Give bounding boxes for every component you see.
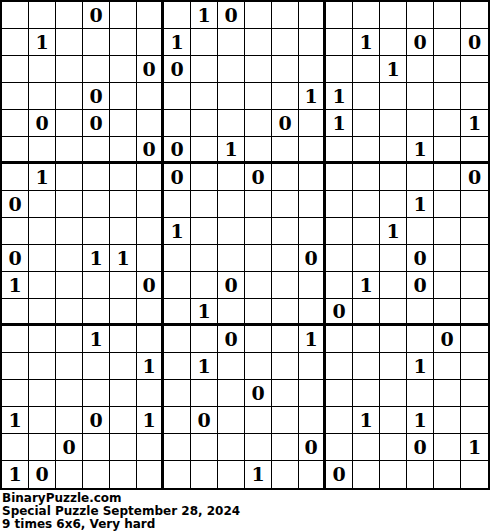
cell-r17-c5[interactable] [137,461,164,488]
cell-r13-c11[interactable] [299,353,326,380]
cell-r1-c7[interactable] [191,29,218,56]
cell-r7-c7[interactable] [191,191,218,218]
cell-r0-c5[interactable] [137,2,164,29]
cell-r5-c11[interactable] [299,137,326,164]
cell-r2-c12[interactable] [326,56,353,83]
cell-r4-c14[interactable] [380,110,407,137]
cell-r14-c13[interactable] [353,380,380,407]
cell-r0-c12[interactable] [326,2,353,29]
cell-r0-c1[interactable] [29,2,56,29]
cell-r8-c5[interactable] [137,218,164,245]
cell-r13-c3[interactable] [83,353,110,380]
cell-r9-c13[interactable] [353,245,380,272]
cell-r6-c13[interactable] [353,164,380,191]
cell-r14-c9-given: 0 [245,380,272,407]
cell-r6-c0[interactable] [2,164,29,191]
cell-r16-c4[interactable] [110,434,137,461]
cell-r17-c13[interactable] [353,461,380,488]
cell-r12-c7[interactable] [191,326,218,353]
cell-r0-c3-given: 0 [83,2,110,29]
cell-r12-c9[interactable] [245,326,272,353]
cell-r6-c2[interactable] [56,164,83,191]
cell-r16-c15-given: 0 [407,434,434,461]
cell-r14-c15[interactable] [407,380,434,407]
cell-r16-c3[interactable] [83,434,110,461]
cell-r11-c14[interactable] [380,299,407,326]
cell-r9-c17[interactable] [461,245,488,272]
cell-r2-c1[interactable] [29,56,56,83]
cell-r8-c8[interactable] [218,218,245,245]
cell-r12-c4[interactable] [110,326,137,353]
cell-r5-c0[interactable] [2,137,29,164]
cell-r10-c10[interactable] [272,272,299,299]
cell-r0-c4[interactable] [110,2,137,29]
cell-r10-c17[interactable] [461,272,488,299]
cell-r7-c16[interactable] [434,191,461,218]
cell-r17-c14[interactable] [380,461,407,488]
cell-r12-c3-given: 1 [83,326,110,353]
cell-r17-c6[interactable] [164,461,191,488]
cell-r3-c6[interactable] [164,83,191,110]
cell-r16-c2-given: 0 [56,434,83,461]
cell-r13-c13[interactable] [353,353,380,380]
cell-r4-c13[interactable] [353,110,380,137]
cell-r8-c4[interactable] [110,218,137,245]
cell-r3-c9[interactable] [245,83,272,110]
cell-r11-c2[interactable] [56,299,83,326]
cell-r15-c12[interactable] [326,407,353,434]
cell-r1-c16[interactable] [434,29,461,56]
cell-r0-c7-given: 1 [191,2,218,29]
cell-r17-c17[interactable] [461,461,488,488]
cell-r7-c17[interactable] [461,191,488,218]
cell-r9-c10[interactable] [272,245,299,272]
cell-r2-c11[interactable] [299,56,326,83]
cell-r10-c6[interactable] [164,272,191,299]
cell-r6-c3[interactable] [83,164,110,191]
cell-r15-c13-given: 1 [353,407,380,434]
cell-r17-c16[interactable] [434,461,461,488]
cell-r0-c10[interactable] [272,2,299,29]
cell-r14-c6[interactable] [164,380,191,407]
cell-r12-c14[interactable] [380,326,407,353]
cell-r7-c5[interactable] [137,191,164,218]
cell-r0-c9[interactable] [245,2,272,29]
cell-r5-c3[interactable] [83,137,110,164]
cell-r0-c0[interactable] [2,2,29,29]
cell-r4-c9[interactable] [245,110,272,137]
cell-r10-c1[interactable] [29,272,56,299]
cell-r16-c1[interactable] [29,434,56,461]
cell-r16-c6[interactable] [164,434,191,461]
cell-r0-c14[interactable] [380,2,407,29]
cell-r8-c13[interactable] [353,218,380,245]
cell-r3-c5[interactable] [137,83,164,110]
cell-r10-c11[interactable] [299,272,326,299]
cell-r12-c15[interactable] [407,326,434,353]
cell-r9-c16[interactable] [434,245,461,272]
cell-r13-c9[interactable] [245,353,272,380]
cell-r5-c17[interactable] [461,137,488,164]
cell-r5-c7[interactable] [191,137,218,164]
cell-r17-c9-given: 1 [245,461,272,488]
cell-r16-c10[interactable] [272,434,299,461]
cell-r12-c2[interactable] [56,326,83,353]
cell-r9-c2[interactable] [56,245,83,272]
cell-r14-c1[interactable] [29,380,56,407]
cell-r10-c13-given: 1 [353,272,380,299]
cell-r14-c10[interactable] [272,380,299,407]
cell-r8-c15[interactable] [407,218,434,245]
cell-r4-c16[interactable] [434,110,461,137]
cell-r4-c3-given: 0 [83,110,110,137]
cell-r16-c9[interactable] [245,434,272,461]
cell-r3-c14[interactable] [380,83,407,110]
cell-r2-c10[interactable] [272,56,299,83]
cell-r17-c2[interactable] [56,461,83,488]
cell-r15-c4[interactable] [110,407,137,434]
cell-r9-c6[interactable] [164,245,191,272]
cell-r2-c16[interactable] [434,56,461,83]
cell-r2-c3[interactable] [83,56,110,83]
cell-r16-c14[interactable] [380,434,407,461]
cell-r10-c5-given: 0 [137,272,164,299]
cell-r3-c4[interactable] [110,83,137,110]
cell-r1-c1-given: 1 [29,29,56,56]
cell-r1-c9[interactable] [245,29,272,56]
cell-r14-c11[interactable] [299,380,326,407]
cell-r9-c4-given: 1 [110,245,137,272]
cell-r5-c15-given: 1 [407,137,434,164]
cell-r16-c16[interactable] [434,434,461,461]
cell-r6-c4[interactable] [110,164,137,191]
cell-r5-c4[interactable] [110,137,137,164]
cell-r12-c12[interactable] [326,326,353,353]
cell-r6-c6-given: 0 [164,164,191,191]
cell-r7-c10[interactable] [272,191,299,218]
cell-r5-c1[interactable] [29,137,56,164]
cell-r10-c12[interactable] [326,272,353,299]
cell-r4-c17-given: 1 [461,110,488,137]
cell-r0-c16[interactable] [434,2,461,29]
cell-r5-c6-given: 0 [164,137,191,164]
cell-r14-c17[interactable] [461,380,488,407]
cell-r17-c11[interactable] [299,461,326,488]
cell-r5-c13[interactable] [353,137,380,164]
cell-r14-c0[interactable] [2,380,29,407]
cell-r7-c12[interactable] [326,191,353,218]
cell-r6-c5[interactable] [137,164,164,191]
cell-r5-c9[interactable] [245,137,272,164]
cell-r9-c5[interactable] [137,245,164,272]
cell-r0-c8-given: 0 [218,2,245,29]
cell-r14-c8[interactable] [218,380,245,407]
cell-r6-c11[interactable] [299,164,326,191]
cell-r11-c11[interactable] [299,299,326,326]
cell-r1-c12[interactable] [326,29,353,56]
cell-r13-c14[interactable] [380,353,407,380]
cell-r7-c8[interactable] [218,191,245,218]
cell-r9-c14[interactable] [380,245,407,272]
cell-r9-c1[interactable] [29,245,56,272]
cell-r11-c6[interactable] [164,299,191,326]
cell-r8-c3[interactable] [83,218,110,245]
cell-r12-c1[interactable] [29,326,56,353]
cell-r13-c6[interactable] [164,353,191,380]
cell-r1-c2[interactable] [56,29,83,56]
cell-r8-c7[interactable] [191,218,218,245]
cell-r2-c15[interactable] [407,56,434,83]
cell-r1-c3[interactable] [83,29,110,56]
cell-r2-c17[interactable] [461,56,488,83]
cell-r9-c9[interactable] [245,245,272,272]
cell-r13-c0[interactable] [2,353,29,380]
cell-r0-c11[interactable] [299,2,326,29]
cell-r10-c3[interactable] [83,272,110,299]
cell-r10-c7[interactable] [191,272,218,299]
cell-r10-c16[interactable] [434,272,461,299]
cell-r15-c16[interactable] [434,407,461,434]
cell-r3-c0[interactable] [2,83,29,110]
cell-r12-c11-given: 1 [299,326,326,353]
cell-r15-c9[interactable] [245,407,272,434]
cell-r11-c0[interactable] [2,299,29,326]
cell-r2-c0[interactable] [2,56,29,83]
cell-r10-c8-given: 0 [218,272,245,299]
cell-r6-c7[interactable] [191,164,218,191]
cell-r15-c11[interactable] [299,407,326,434]
cell-r15-c0-given: 1 [2,407,29,434]
cell-r3-c3-given: 0 [83,83,110,110]
cell-r3-c7[interactable] [191,83,218,110]
cell-r14-c16[interactable] [434,380,461,407]
cell-r3-c17[interactable] [461,83,488,110]
cell-r13-c10[interactable] [272,353,299,380]
cell-r7-c11[interactable] [299,191,326,218]
cell-r8-c2[interactable] [56,218,83,245]
cell-r11-c10[interactable] [272,299,299,326]
cell-r1-c5[interactable] [137,29,164,56]
cell-r4-c10-given: 0 [272,110,299,137]
cell-r1-c15-given: 0 [407,29,434,56]
cell-r3-c8[interactable] [218,83,245,110]
cell-r3-c16[interactable] [434,83,461,110]
cell-r15-c14[interactable] [380,407,407,434]
cell-r12-c10[interactable] [272,326,299,353]
cell-r1-c13-given: 1 [353,29,380,56]
cell-r14-c3[interactable] [83,380,110,407]
cell-r12-c8-given: 0 [218,326,245,353]
cell-r1-c0[interactable] [2,29,29,56]
cell-r9-c8[interactable] [218,245,245,272]
cell-r16-c8[interactable] [218,434,245,461]
cell-r6-c16[interactable] [434,164,461,191]
cell-r12-c13[interactable] [353,326,380,353]
cell-r3-c15[interactable] [407,83,434,110]
cell-r5-c8-given: 1 [218,137,245,164]
cell-r8-c9[interactable] [245,218,272,245]
cell-r6-c8[interactable] [218,164,245,191]
cell-r14-c5[interactable] [137,380,164,407]
cell-r12-c0[interactable] [2,326,29,353]
cell-r3-c2[interactable] [56,83,83,110]
cell-r2-c7[interactable] [191,56,218,83]
cell-r15-c8[interactable] [218,407,245,434]
cell-r3-c10[interactable] [272,83,299,110]
cell-r7-c1[interactable] [29,191,56,218]
cell-r12-c16-given: 0 [434,326,461,353]
cell-r1-c11[interactable] [299,29,326,56]
cell-r16-c5[interactable] [137,434,164,461]
cell-r0-c15[interactable] [407,2,434,29]
cell-r2-c9[interactable] [245,56,272,83]
cell-r4-c5[interactable] [137,110,164,137]
cell-r11-c17[interactable] [461,299,488,326]
cell-r4-c1-given: 0 [29,110,56,137]
cell-r8-c0[interactable] [2,218,29,245]
cell-r13-c12[interactable] [326,353,353,380]
cell-r1-c10[interactable] [272,29,299,56]
cell-r5-c14[interactable] [380,137,407,164]
cell-r11-c1[interactable] [29,299,56,326]
cell-r7-c6[interactable] [164,191,191,218]
cell-r4-c6[interactable] [164,110,191,137]
cell-r2-c8[interactable] [218,56,245,83]
cell-r0-c17[interactable] [461,2,488,29]
cell-r4-c11[interactable] [299,110,326,137]
cell-r7-c2[interactable] [56,191,83,218]
cell-r15-c17[interactable] [461,407,488,434]
cell-r17-c3[interactable] [83,461,110,488]
cell-r13-c1[interactable] [29,353,56,380]
cell-r8-c11[interactable] [299,218,326,245]
cell-r6-c12[interactable] [326,164,353,191]
cell-r11-c9[interactable] [245,299,272,326]
cell-r2-c14-given: 1 [380,56,407,83]
puzzle-page: 0101110000101100011001110000111011001001… [0,0,493,531]
cell-r6-c10[interactable] [272,164,299,191]
cell-r11-c5[interactable] [137,299,164,326]
cell-r2-c4[interactable] [110,56,137,83]
cell-r8-c6-given: 1 [164,218,191,245]
cell-r11-c3[interactable] [83,299,110,326]
cell-r13-c16[interactable] [434,353,461,380]
cell-r9-c7[interactable] [191,245,218,272]
cell-r16-c17-given: 1 [461,434,488,461]
cell-r7-c14[interactable] [380,191,407,218]
cell-r4-c2[interactable] [56,110,83,137]
cell-r10-c14[interactable] [380,272,407,299]
cell-r3-c1[interactable] [29,83,56,110]
cell-r5-c2[interactable] [56,137,83,164]
cell-r1-c4[interactable] [110,29,137,56]
cell-r12-c6[interactable] [164,326,191,353]
cell-r2-c2[interactable] [56,56,83,83]
caption: BinaryPuzzle.com Special Puzzle Septembe… [0,490,493,531]
cell-r7-c9[interactable] [245,191,272,218]
cell-r17-c12-given: 0 [326,461,353,488]
cell-r16-c13[interactable] [353,434,380,461]
cell-r4-c7[interactable] [191,110,218,137]
cell-r8-c17[interactable] [461,218,488,245]
cell-r16-c0[interactable] [2,434,29,461]
cell-r8-c12[interactable] [326,218,353,245]
cell-r15-c1[interactable] [29,407,56,434]
cell-r14-c4[interactable] [110,380,137,407]
cell-r10-c2[interactable] [56,272,83,299]
cell-r11-c4[interactable] [110,299,137,326]
cell-r14-c14[interactable] [380,380,407,407]
cell-r13-c17[interactable] [461,353,488,380]
cell-r4-c8[interactable] [218,110,245,137]
cell-r15-c6[interactable] [164,407,191,434]
cell-r0-c6[interactable] [164,2,191,29]
cell-r13-c2[interactable] [56,353,83,380]
puzzle-difficulty: 9 times 6x6, Very hard [2,518,493,531]
cell-r8-c16[interactable] [434,218,461,245]
cell-r7-c3[interactable] [83,191,110,218]
cell-r11-c16[interactable] [434,299,461,326]
cell-r17-c4[interactable] [110,461,137,488]
cell-r15-c10[interactable] [272,407,299,434]
cell-r13-c5-given: 1 [137,353,164,380]
cell-r5-c10[interactable] [272,137,299,164]
cell-r10-c9[interactable] [245,272,272,299]
cell-r12-c17[interactable] [461,326,488,353]
cell-r5-c5-given: 0 [137,137,164,164]
cell-r9-c12[interactable] [326,245,353,272]
cell-r4-c15[interactable] [407,110,434,137]
cell-r0-c13[interactable] [353,2,380,29]
cell-r13-c4[interactable] [110,353,137,380]
cell-r10-c15-given: 0 [407,272,434,299]
cell-r3-c13[interactable] [353,83,380,110]
cell-r2-c13[interactable] [353,56,380,83]
cell-r8-c10[interactable] [272,218,299,245]
cell-r10-c4[interactable] [110,272,137,299]
cell-r4-c0[interactable] [2,110,29,137]
cell-r17-c10[interactable] [272,461,299,488]
cell-r17-c15[interactable] [407,461,434,488]
cell-r17-c7[interactable] [191,461,218,488]
cell-r4-c4[interactable] [110,110,137,137]
cell-r1-c8[interactable] [218,29,245,56]
cell-r12-c5[interactable] [137,326,164,353]
cell-r10-c0-given: 1 [2,272,29,299]
cell-r14-c2[interactable] [56,380,83,407]
cell-r5-c16[interactable] [434,137,461,164]
cell-r13-c8[interactable] [218,353,245,380]
cell-r14-c12[interactable] [326,380,353,407]
cell-r11-c13[interactable] [353,299,380,326]
cell-r11-c7-given: 1 [191,299,218,326]
cell-r7-c13[interactable] [353,191,380,218]
cell-r14-c7[interactable] [191,380,218,407]
cell-r7-c4[interactable] [110,191,137,218]
cell-r5-c12[interactable] [326,137,353,164]
cell-r1-c14[interactable] [380,29,407,56]
cell-r11-c15[interactable] [407,299,434,326]
cell-r0-c2[interactable] [56,2,83,29]
cell-r15-c2[interactable] [56,407,83,434]
cell-r6-c14[interactable] [380,164,407,191]
cell-r16-c7[interactable] [191,434,218,461]
cell-r6-c15[interactable] [407,164,434,191]
cell-r8-c1[interactable] [29,218,56,245]
cell-r16-c12[interactable] [326,434,353,461]
cell-r11-c8[interactable] [218,299,245,326]
cell-r17-c8[interactable] [218,461,245,488]
